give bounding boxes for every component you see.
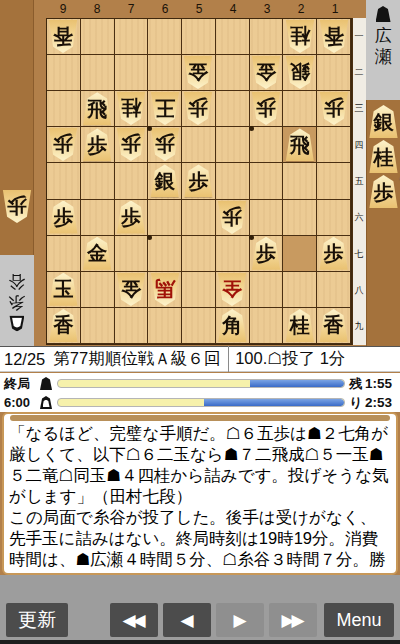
square-4-9: 角	[216, 308, 250, 344]
square-3-1	[250, 19, 284, 55]
square-4-6: 歩	[216, 200, 250, 236]
square-7-9	[115, 308, 149, 344]
square-1-1: 香	[317, 19, 351, 55]
square-5-6	[182, 200, 216, 236]
gote-captured-tray: 歩	[0, 0, 34, 255]
rank-label-4: 四	[352, 139, 366, 152]
square-2-3	[283, 91, 317, 127]
square-8-1	[81, 19, 115, 55]
piece-2-2: 銀	[285, 56, 315, 89]
sente-hand-銀: 銀	[369, 105, 399, 138]
square-8-7: 金	[81, 236, 115, 272]
star-point	[249, 126, 254, 131]
piece-3-7: 歩	[251, 237, 281, 270]
file-label-3: 3	[250, 0, 284, 18]
game-date: 12/25	[4, 350, 45, 369]
file-label-9: 9	[46, 0, 80, 18]
gote-clock-label: 6:00	[4, 395, 40, 410]
square-5-1	[182, 19, 216, 55]
square-7-3: 桂	[115, 91, 149, 127]
gote-time-bar	[57, 398, 345, 407]
sente-time-bar	[57, 379, 345, 388]
square-3-3: 歩	[250, 91, 284, 127]
piece-7-3: 桂	[116, 92, 146, 125]
square-2-1: 桂	[283, 19, 317, 55]
square-8-6	[81, 200, 115, 236]
square-1-4	[317, 127, 351, 163]
square-2-9: 桂	[283, 308, 317, 344]
square-6-4: 歩	[148, 127, 182, 163]
rank-coordinates: 一二三四五六七八九	[352, 18, 366, 345]
back-icon: ◀	[180, 610, 190, 631]
square-1-8	[317, 272, 351, 308]
commentary-text[interactable]: 「なるほど、完璧な手順だ。☖６五歩は☗２七角が厳しくて、以下☖６二玉なら☗７二飛…	[9, 423, 391, 571]
toolbar: 更新 ◀◀ ◀ ▶ ▶▶ Menu	[0, 575, 400, 644]
piece-7-4: 歩	[116, 128, 146, 161]
square-3-4	[250, 127, 284, 163]
star-point	[147, 235, 152, 240]
square-7-1	[115, 19, 149, 55]
piece-6-5: 銀	[150, 164, 180, 197]
square-8-5	[81, 163, 115, 199]
gote-player-plate: 糸谷	[0, 255, 34, 346]
square-4-2	[216, 55, 250, 91]
sente-hand-piece: 歩	[369, 175, 399, 208]
rank-label-7: 七	[352, 248, 366, 261]
remaining-label-bottom: り	[349, 394, 363, 412]
square-5-2: 金	[182, 55, 216, 91]
square-4-1	[216, 19, 250, 55]
file-label-2: 2	[284, 0, 318, 18]
square-2-5	[283, 163, 317, 199]
square-7-2	[115, 55, 149, 91]
square-2-2: 銀	[283, 55, 317, 91]
piece-7-8: 金	[116, 273, 146, 306]
sente-piece-icon	[376, 6, 391, 22]
sente-time-used	[250, 380, 344, 387]
square-4-3	[216, 91, 250, 127]
gote-player-name: 糸谷	[7, 270, 27, 313]
piece-7-6: 歩	[116, 201, 146, 234]
file-label-4: 4	[216, 0, 250, 18]
sente-hand-piece: 桂	[369, 140, 399, 173]
square-6-1	[148, 19, 182, 55]
rank-label-2: 二	[352, 66, 366, 79]
piece-1-7: 歩	[319, 237, 349, 270]
gote-time-remaining: 2:53	[365, 395, 392, 410]
bottom-nav-strip	[0, 640, 400, 644]
piece-6-3: 王	[150, 92, 180, 125]
square-6-9	[148, 308, 182, 344]
sente-hand-piece: 銀	[369, 105, 399, 138]
menu-button[interactable]: Menu	[324, 603, 394, 637]
rank-label-8: 八	[352, 284, 366, 297]
sente-clock-label: 終局	[4, 375, 40, 393]
square-4-7	[216, 236, 250, 272]
square-9-5	[47, 163, 81, 199]
square-3-9	[250, 308, 284, 344]
square-9-2	[47, 55, 81, 91]
fast-forward-button[interactable]: ▶▶	[269, 603, 317, 637]
rank-label-3: 三	[352, 102, 366, 115]
square-1-3: 歩	[317, 91, 351, 127]
square-9-7	[47, 236, 81, 272]
square-9-6: 歩	[47, 200, 81, 236]
fast-forward-icon: ▶▶	[281, 610, 301, 631]
square-4-5	[216, 163, 250, 199]
piece-6-8: 馬	[150, 273, 180, 306]
square-3-6	[250, 200, 284, 236]
piece-3-2: 金	[251, 56, 281, 89]
gote-clock-icon	[40, 396, 52, 409]
square-3-5	[250, 163, 284, 199]
gote-piece-icon	[10, 315, 25, 331]
square-9-3	[47, 91, 81, 127]
square-6-5: 銀	[148, 163, 182, 199]
file-label-1: 1	[318, 0, 352, 18]
file-label-7: 7	[114, 0, 148, 18]
square-3-8	[250, 272, 284, 308]
move-info: 100.☖投了 1分	[235, 348, 345, 370]
sente-captured-tray: 銀桂歩4	[366, 100, 400, 346]
square-1-7: 歩	[317, 236, 351, 272]
square-1-9: 香	[317, 308, 351, 344]
square-9-9: 香	[47, 308, 81, 344]
square-6-6	[148, 200, 182, 236]
square-4-4	[216, 127, 250, 163]
sente-player-plate: 広瀬	[366, 0, 400, 100]
gote-time-used	[204, 399, 344, 406]
square-5-9	[182, 308, 216, 344]
piece-9-9: 香	[48, 309, 78, 342]
piece-9-8: 玉	[48, 273, 78, 306]
square-4-8: 全	[216, 272, 250, 308]
piece-1-1: 香	[319, 20, 349, 53]
commentary-panel[interactable]: 「なるほど、完璧な手順だ。☖６五歩は☗２七角が厳しくて、以下☖６二玉なら☗７二飛…	[2, 412, 398, 575]
sente-time-remaining: 1:55	[365, 376, 392, 391]
piece-3-3: 歩	[251, 92, 281, 125]
square-9-4: 歩	[47, 127, 81, 163]
file-label-6: 6	[148, 0, 182, 18]
rank-label-6: 六	[352, 211, 366, 224]
file-coordinates: 987654321	[46, 0, 352, 18]
piece-5-5: 歩	[183, 164, 213, 197]
square-5-5: 歩	[182, 163, 216, 199]
square-7-8: 金	[115, 272, 149, 308]
sente-clock-row: 終局 残 1:55	[0, 374, 400, 393]
square-5-7	[182, 236, 216, 272]
status-bar: 12/25 第77期順位戦Ａ級６回 100.☖投了 1分	[0, 346, 400, 372]
piece-9-1: 香	[48, 20, 78, 53]
square-8-3: 飛	[81, 91, 115, 127]
piece-4-8: 全	[217, 273, 247, 306]
square-6-3: 王	[148, 91, 182, 127]
square-8-9	[81, 308, 115, 344]
square-3-2: 金	[250, 55, 284, 91]
rank-label-9: 九	[352, 320, 366, 333]
square-7-7	[115, 236, 149, 272]
panel-drag-handle[interactable]	[10, 415, 390, 421]
file-label-8: 8	[80, 0, 114, 18]
sente-player-name: 広瀬	[373, 25, 393, 68]
square-1-5	[317, 163, 351, 199]
piece-5-3: 歩	[183, 92, 213, 125]
status-divider	[228, 346, 229, 372]
square-9-8: 玉	[47, 272, 81, 308]
update-button[interactable]: 更新	[6, 603, 68, 637]
shogi-live-app: 歩 糸谷 987654321 香桂香金金銀飛桂王歩歩歩歩歩歩歩飛銀歩歩歩歩金歩歩…	[0, 0, 400, 644]
piece-4-9: 角	[217, 309, 247, 342]
gote-hand-歩: 歩	[2, 190, 32, 223]
square-5-3: 歩	[182, 91, 216, 127]
piece-8-7: 金	[82, 237, 112, 270]
sente-hand-桂: 桂	[369, 140, 399, 173]
piece-9-4: 歩	[48, 128, 78, 161]
square-6-2	[148, 55, 182, 91]
file-label-5: 5	[182, 0, 216, 18]
star-point	[249, 235, 254, 240]
piece-2-9: 桂	[285, 309, 315, 342]
piece-1-3: 歩	[319, 92, 349, 125]
piece-2-1: 桂	[285, 20, 315, 53]
rank-label-1: 一	[352, 30, 366, 43]
piece-2-4: 飛	[285, 128, 315, 161]
shogi-board: 香桂香金金銀飛桂王歩歩歩歩歩歩歩飛銀歩歩歩歩金歩歩玉金馬全香角桂香	[46, 18, 352, 345]
piece-1-9: 香	[319, 309, 349, 342]
square-1-6	[317, 200, 351, 236]
remaining-label-top: 残	[349, 375, 363, 393]
gote-hand-piece: 歩	[2, 190, 32, 223]
sente-hand-歩: 歩4	[369, 175, 399, 208]
square-6-8: 馬	[148, 272, 182, 308]
square-8-2	[81, 55, 115, 91]
step-back-button[interactable]: ◀	[163, 603, 211, 637]
commentary-quote: 「なるほど、完璧な手順だ。☖６五歩は☗２七角が厳しくて、以下☖６二玉なら☗７二飛…	[9, 423, 391, 507]
sente-clock-icon	[40, 377, 52, 390]
rank-label-5: 五	[352, 175, 366, 188]
piece-4-6: 歩	[217, 201, 247, 234]
piece-6-4: 歩	[150, 128, 180, 161]
square-1-2	[317, 55, 351, 91]
square-3-7: 歩	[250, 236, 284, 272]
square-9-1: 香	[47, 19, 81, 55]
square-5-4	[182, 127, 216, 163]
step-forward-button[interactable]: ▶	[216, 603, 264, 637]
board-zone: 歩 糸谷 987654321 香桂香金金銀飛桂王歩歩歩歩歩歩歩飛銀歩歩歩歩金歩歩…	[0, 0, 400, 346]
rewind-button[interactable]: ◀◀	[110, 603, 158, 637]
gote-clock-row: 6:00 り 2:53	[0, 393, 400, 412]
rewind-icon: ◀◀	[122, 610, 142, 631]
square-7-4: 歩	[115, 127, 149, 163]
square-2-4: 飛	[283, 127, 317, 163]
piece-9-6: 歩	[48, 201, 78, 234]
square-2-8	[283, 272, 317, 308]
event-title: 第77期順位戦Ａ級６回	[53, 348, 220, 370]
square-5-8	[182, 272, 216, 308]
square-2-7	[283, 236, 317, 272]
piece-8-4: 歩	[82, 128, 112, 161]
commentary-report: この局面で糸谷が投了した。後手は受けがなく、先手玉に詰みはない。終局時刻は19時…	[9, 507, 391, 571]
forward-icon: ▶	[233, 610, 243, 631]
square-2-6	[283, 200, 317, 236]
square-6-7	[148, 236, 182, 272]
piece-8-3: 飛	[82, 92, 112, 125]
square-8-4: 歩	[81, 127, 115, 163]
square-7-6: 歩	[115, 200, 149, 236]
clock-area: 終局 残 1:55 6:00 り 2:53	[0, 373, 400, 412]
piece-5-2: 金	[183, 56, 213, 89]
square-7-5	[115, 163, 149, 199]
star-point	[147, 126, 152, 131]
square-8-8	[81, 272, 115, 308]
